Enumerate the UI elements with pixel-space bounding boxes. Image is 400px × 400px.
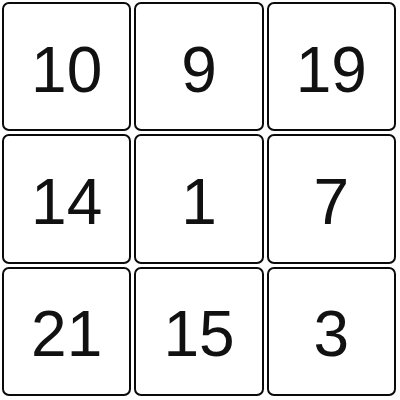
- number-tile-r2c0[interactable]: 21: [2, 267, 131, 396]
- number-tile-r0c0[interactable]: 10: [2, 2, 131, 131]
- number-tile-r2c2[interactable]: 3: [267, 267, 396, 396]
- number-tile-r1c1[interactable]: 1: [134, 134, 263, 263]
- number-tile-r0c2[interactable]: 19: [267, 2, 396, 131]
- number-tile-r0c1[interactable]: 9: [134, 2, 263, 131]
- number-grid-board: 10 9 19 14 1 7 21 15 3: [0, 0, 400, 400]
- number-tile-r1c0[interactable]: 14: [2, 134, 131, 263]
- number-tile-r1c2[interactable]: 7: [267, 134, 396, 263]
- number-tile-r2c1[interactable]: 15: [134, 267, 263, 396]
